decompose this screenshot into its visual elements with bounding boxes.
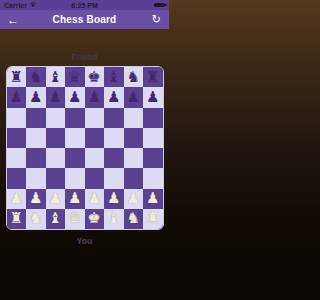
square-e1[interactable]: ♚ [85,209,105,229]
square-c3[interactable] [46,168,66,188]
piece-white-pawn: ♟ [68,191,81,206]
piece-black-rook: ♜ [146,69,159,84]
opponent-label: Friend [0,52,169,62]
square-e6[interactable] [85,108,105,128]
piece-black-pawn: ♟ [29,89,42,104]
piece-black-pawn: ♟ [146,89,159,104]
piece-black-pawn: ♟ [88,89,101,104]
back-icon[interactable]: ← [7,14,19,26]
square-g8[interactable]: ♞ [124,67,144,87]
square-c5[interactable] [46,128,66,148]
piece-black-knight: ♞ [127,69,140,84]
square-g4[interactable] [124,148,144,168]
piece-white-rook: ♜ [146,211,159,226]
piece-black-pawn: ♟ [127,89,140,104]
square-d4[interactable] [65,148,85,168]
square-d5[interactable] [65,128,85,148]
square-b6[interactable] [26,108,46,128]
square-b1[interactable]: ♞ [26,209,46,229]
square-g1[interactable]: ♞ [124,209,144,229]
square-g2[interactable]: ♟ [124,189,144,209]
chess-board: ♜♞♝♛♚♝♞♜♟♟♟♟♟♟♟♟♟♟♟♟♟♟♟♟♜♞♝♛♚♝♞♜ [6,66,164,230]
square-h2[interactable]: ♟ [143,189,163,209]
piece-white-pawn: ♟ [88,191,101,206]
square-f6[interactable] [104,108,124,128]
square-e8[interactable]: ♚ [85,67,105,87]
square-h1[interactable]: ♜ [143,209,163,229]
game-area: Friend ♜♞♝♛♚♝♞♜♟♟♟♟♟♟♟♟♟♟♟♟♟♟♟♟♜♞♝♛♚♝♞♜ … [0,52,169,246]
status-bar: Carrier 6:25 PM [0,0,169,10]
piece-white-king: ♚ [88,211,101,226]
carrier-label: Carrier [4,2,27,9]
refresh-icon[interactable]: ↻ [152,14,161,25]
square-b8[interactable]: ♞ [26,67,46,87]
square-e5[interactable] [85,128,105,148]
square-a4[interactable] [7,148,27,168]
square-g7[interactable]: ♟ [124,87,144,107]
square-h7[interactable]: ♟ [143,87,163,107]
square-g5[interactable] [124,128,144,148]
square-a3[interactable] [7,168,27,188]
square-c7[interactable]: ♟ [46,87,66,107]
square-a8[interactable]: ♜ [7,67,27,87]
square-d6[interactable] [65,108,85,128]
square-g3[interactable] [124,168,144,188]
square-c1[interactable]: ♝ [46,209,66,229]
square-f1[interactable]: ♝ [104,209,124,229]
square-h8[interactable]: ♜ [143,67,163,87]
square-b5[interactable] [26,128,46,148]
piece-white-knight: ♞ [127,211,140,226]
piece-black-king: ♚ [88,69,101,84]
square-d7[interactable]: ♟ [65,87,85,107]
piece-white-queen: ♛ [68,211,81,226]
square-h3[interactable] [143,168,163,188]
piece-white-pawn: ♟ [29,191,42,206]
square-h4[interactable] [143,148,163,168]
square-c8[interactable]: ♝ [46,67,66,87]
square-c6[interactable] [46,108,66,128]
square-a1[interactable]: ♜ [7,209,27,229]
square-d1[interactable]: ♛ [65,209,85,229]
piece-white-pawn: ♟ [49,191,62,206]
piece-black-pawn: ♟ [10,89,23,104]
piece-white-rook: ♜ [10,211,23,226]
piece-black-pawn: ♟ [68,89,81,104]
square-b4[interactable] [26,148,46,168]
app-screen: Carrier 6:25 PM ← Chess Board ↻ Friend ♜… [0,0,169,246]
square-a2[interactable]: ♟ [7,189,27,209]
piece-black-bishop: ♝ [107,69,120,84]
square-g6[interactable] [124,108,144,128]
square-f4[interactable] [104,148,124,168]
square-b3[interactable] [26,168,46,188]
player-label: You [0,236,169,246]
square-f3[interactable] [104,168,124,188]
square-e3[interactable] [85,168,105,188]
square-a6[interactable] [7,108,27,128]
square-a5[interactable] [7,128,27,148]
wifi-icon [29,1,37,9]
piece-white-pawn: ♟ [107,191,120,206]
piece-white-pawn: ♟ [146,191,159,206]
square-d3[interactable] [65,168,85,188]
navigation-bar: ← Chess Board ↻ [0,10,169,29]
square-h5[interactable] [143,128,163,148]
piece-black-pawn: ♟ [107,89,120,104]
square-e4[interactable] [85,148,105,168]
page-title: Chess Board [0,14,169,25]
square-f2[interactable]: ♟ [104,189,124,209]
square-f5[interactable] [104,128,124,148]
square-b7[interactable]: ♟ [26,87,46,107]
square-d2[interactable]: ♟ [65,189,85,209]
piece-black-bishop: ♝ [49,69,62,84]
battery-icon [154,3,165,8]
square-d8[interactable]: ♛ [65,67,85,87]
piece-black-queen: ♛ [68,69,81,84]
square-f7[interactable]: ♟ [104,87,124,107]
square-c4[interactable] [46,148,66,168]
piece-white-bishop: ♝ [49,211,62,226]
square-f8[interactable]: ♝ [104,67,124,87]
piece-white-pawn: ♟ [10,191,23,206]
piece-black-rook: ♜ [10,69,23,84]
piece-white-knight: ♞ [29,211,42,226]
piece-white-bishop: ♝ [107,211,120,226]
square-c2[interactable]: ♟ [46,189,66,209]
square-a7[interactable]: ♟ [7,87,27,107]
piece-black-knight: ♞ [29,69,42,84]
square-e2[interactable]: ♟ [85,189,105,209]
square-e7[interactable]: ♟ [85,87,105,107]
square-h6[interactable] [143,108,163,128]
square-b2[interactable]: ♟ [26,189,46,209]
piece-white-pawn: ♟ [127,191,140,206]
piece-black-pawn: ♟ [49,89,62,104]
